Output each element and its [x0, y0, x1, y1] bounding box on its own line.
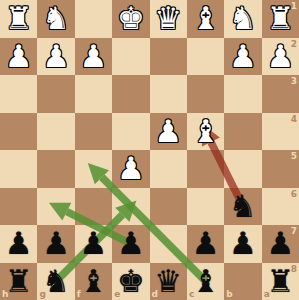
square-f4[interactable]	[75, 113, 112, 151]
piece-wK-e1[interactable]: ♚	[112, 0, 149, 38]
square-b4[interactable]	[224, 113, 261, 151]
square-g5[interactable]	[37, 150, 74, 188]
piece-bP-a7[interactable]: ♟	[262, 225, 299, 263]
piece-wR-a1[interactable]: ♜	[262, 0, 299, 38]
square-d6[interactable]	[150, 188, 187, 226]
square-a5[interactable]: 5	[262, 150, 299, 188]
rank-label-4: 4	[291, 115, 297, 124]
square-f6[interactable]	[75, 188, 112, 226]
square-f5[interactable]	[75, 150, 112, 188]
piece-bR-h8[interactable]: ♜	[0, 263, 37, 300]
piece-wP-f2[interactable]: ♟	[75, 38, 112, 76]
square-h5[interactable]	[0, 150, 37, 188]
square-c6[interactable]	[187, 188, 224, 226]
square-b5[interactable]	[224, 150, 261, 188]
piece-wP-g2[interactable]: ♟	[37, 38, 74, 76]
square-g6[interactable]	[37, 188, 74, 226]
piece-wP-b2[interactable]: ♟	[224, 38, 261, 76]
piece-bQ-d8[interactable]: ♛	[150, 263, 187, 300]
piece-bP-c7[interactable]: ♟	[187, 225, 224, 263]
rank-label-6: 6	[291, 190, 297, 199]
file-label-b: b	[226, 290, 232, 299]
square-c2[interactable]	[187, 38, 224, 76]
piece-wP-e5[interactable]: ♟	[112, 150, 149, 188]
square-a6[interactable]: 6	[262, 188, 299, 226]
square-f1[interactable]	[75, 0, 112, 38]
square-b8[interactable]: b	[224, 263, 261, 300]
square-h4[interactable]	[0, 113, 37, 151]
piece-bK-e8[interactable]: ♚	[112, 263, 149, 300]
square-c3[interactable]	[187, 75, 224, 113]
piece-wR-h1[interactable]: ♜	[0, 0, 37, 38]
rank-label-5: 5	[291, 152, 297, 161]
square-d3[interactable]	[150, 75, 187, 113]
square-a3[interactable]: 3	[262, 75, 299, 113]
square-b3[interactable]	[224, 75, 261, 113]
square-h6[interactable]	[0, 188, 37, 226]
square-e2[interactable]	[112, 38, 149, 76]
square-d2[interactable]	[150, 38, 187, 76]
piece-wP-d4[interactable]: ♟	[150, 113, 187, 151]
square-e4[interactable]	[112, 113, 149, 151]
piece-bP-g7[interactable]: ♟	[37, 225, 74, 263]
piece-wQ-d1[interactable]: ♛	[150, 0, 187, 38]
square-c5[interactable]	[187, 150, 224, 188]
square-a4[interactable]: 4	[262, 113, 299, 151]
piece-bN-g8[interactable]: ♞	[37, 263, 74, 300]
square-e3[interactable]	[112, 75, 149, 113]
piece-wP-a2[interactable]: ♟	[262, 38, 299, 76]
chess-board: 1234567hgfedcba8 ♜♞♚♛♝♞♜♟♟♟♟♟♟♝♟♞♟♟♟♟♟♟♟…	[0, 0, 299, 300]
square-f3[interactable]	[75, 75, 112, 113]
piece-wB-c4[interactable]: ♝	[187, 113, 224, 151]
square-g4[interactable]	[37, 113, 74, 151]
piece-bP-f7[interactable]: ♟	[75, 225, 112, 263]
piece-bB-c8[interactable]: ♝	[187, 263, 224, 300]
rank-label-3: 3	[291, 77, 297, 86]
piece-bB-f8[interactable]: ♝	[75, 263, 112, 300]
piece-bR-a8[interactable]: ♜	[262, 263, 299, 300]
piece-wP-h2[interactable]: ♟	[0, 38, 37, 76]
square-d5[interactable]	[150, 150, 187, 188]
piece-wN-g1[interactable]: ♞	[37, 0, 74, 38]
piece-bP-e7[interactable]: ♟	[112, 225, 149, 263]
piece-bN-b6[interactable]: ♞	[224, 188, 261, 226]
square-g3[interactable]	[37, 75, 74, 113]
piece-bP-b7[interactable]: ♟	[224, 225, 261, 263]
piece-bP-h7[interactable]: ♟	[0, 225, 37, 263]
square-d7[interactable]	[150, 225, 187, 263]
square-h3[interactable]	[0, 75, 37, 113]
piece-wN-b1[interactable]: ♞	[224, 0, 261, 38]
piece-wB-c1[interactable]: ♝	[187, 0, 224, 38]
square-e6[interactable]	[112, 188, 149, 226]
